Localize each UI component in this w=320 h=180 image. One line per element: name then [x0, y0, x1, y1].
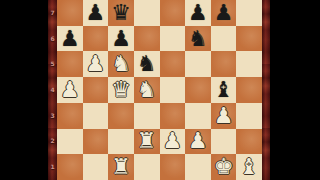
square-a1 [57, 154, 83, 180]
square-b7: ♟ [83, 0, 109, 26]
square-f5 [185, 51, 211, 77]
rank-label-7: 7 [48, 10, 57, 16]
square-f7: ♟ [185, 0, 211, 26]
white-rook-d2-piece: ♜ [134, 129, 160, 155]
square-d3 [134, 103, 160, 129]
square-e7 [160, 0, 186, 26]
square-d5: ♞ [134, 51, 160, 77]
square-h3 [236, 103, 262, 129]
square-e4 [160, 77, 186, 103]
square-d1 [134, 154, 160, 180]
square-g6 [211, 26, 237, 52]
square-h6 [236, 26, 262, 52]
square-f4 [185, 77, 211, 103]
square-h7 [236, 0, 262, 26]
white-pawn-b5-piece: ♟ [83, 51, 109, 77]
square-d6 [134, 26, 160, 52]
square-g1: ♚ [211, 154, 237, 180]
square-h1: ♝ [236, 154, 262, 180]
black-pawn-c6-piece: ♟ [108, 26, 134, 52]
white-knight-c5-piece: ♞ [108, 51, 134, 77]
square-g3: ♟ [211, 103, 237, 129]
white-pawn-a4-piece: ♟ [57, 77, 83, 103]
square-d2: ♜ [134, 129, 160, 155]
white-knight-d4-piece: ♞ [134, 77, 160, 103]
black-pawn-f7-piece: ♟ [185, 0, 211, 26]
black-queen-c7-piece: ♛ [108, 0, 134, 26]
rank-label-4: 4 [48, 87, 57, 93]
letterbox-right [270, 0, 320, 180]
chess-board: ♟♛♟♟♟♟♞♟♞♞♟♛♞♝♟♜♟♟♜♚♝ [57, 0, 262, 180]
square-b2 [83, 129, 109, 155]
square-d4: ♞ [134, 77, 160, 103]
square-b5: ♟ [83, 51, 109, 77]
square-a6: ♟ [57, 26, 83, 52]
square-g4: ♝ [211, 77, 237, 103]
square-c6: ♟ [108, 26, 134, 52]
square-c7: ♛ [108, 0, 134, 26]
square-a2 [57, 129, 83, 155]
square-g7: ♟ [211, 0, 237, 26]
square-f1 [185, 154, 211, 180]
square-g2 [211, 129, 237, 155]
square-c1: ♜ [108, 154, 134, 180]
square-a3 [57, 103, 83, 129]
black-pawn-a6-piece: ♟ [57, 26, 83, 52]
black-pawn-b7-piece: ♟ [83, 0, 109, 26]
white-queen-c4-piece: ♛ [108, 77, 134, 103]
square-e6 [160, 26, 186, 52]
white-rook-c1-piece: ♜ [108, 154, 134, 180]
square-f6: ♞ [185, 26, 211, 52]
square-b3 [83, 103, 109, 129]
black-pawn-g7-piece: ♟ [211, 0, 237, 26]
square-c4: ♛ [108, 77, 134, 103]
square-a4: ♟ [57, 77, 83, 103]
square-e3 [160, 103, 186, 129]
white-bishop-h1-piece: ♝ [236, 154, 262, 180]
square-b4 [83, 77, 109, 103]
square-e2: ♟ [160, 129, 186, 155]
square-d7 [134, 0, 160, 26]
square-h2 [236, 129, 262, 155]
white-pawn-e2-piece: ♟ [160, 129, 186, 155]
square-c2 [108, 129, 134, 155]
black-knight-f6-piece: ♞ [185, 26, 211, 52]
square-b1 [83, 154, 109, 180]
square-e5 [160, 51, 186, 77]
square-h4 [236, 77, 262, 103]
square-c5: ♞ [108, 51, 134, 77]
white-king-g1-piece: ♚ [211, 154, 237, 180]
board-right-wood-border [262, 0, 270, 180]
black-knight-d5-piece: ♞ [134, 51, 160, 77]
rank-label-6: 6 [48, 36, 57, 42]
rank-label-5: 5 [48, 61, 57, 67]
white-pawn-f2-piece: ♟ [185, 129, 211, 155]
square-e1 [160, 154, 186, 180]
black-bishop-g4-piece: ♝ [211, 77, 237, 103]
video-frame: ♟♛♟♟♟♟♞♟♞♞♟♛♞♝♟♜♟♟♜♚♝ 7654321 [0, 0, 320, 180]
square-h5 [236, 51, 262, 77]
rank-label-2: 2 [48, 138, 57, 144]
square-f2: ♟ [185, 129, 211, 155]
square-a7 [57, 0, 83, 26]
square-c3 [108, 103, 134, 129]
square-f3 [185, 103, 211, 129]
rank-label-1: 1 [48, 164, 57, 170]
rank-label-3: 3 [48, 113, 57, 119]
letterbox-left [0, 0, 48, 180]
square-a5 [57, 51, 83, 77]
square-g5 [211, 51, 237, 77]
square-b6 [83, 26, 109, 52]
white-pawn-g3-piece: ♟ [211, 103, 237, 129]
